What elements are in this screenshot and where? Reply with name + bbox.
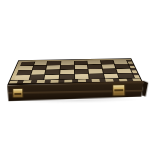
brass-clasp-right-icon — [112, 84, 125, 96]
board-square — [89, 74, 104, 79]
box-shadow — [19, 97, 143, 104]
photo-background — [0, 0, 150, 150]
board-square — [29, 75, 44, 80]
board-square — [14, 75, 30, 80]
board-square — [75, 74, 89, 79]
board-square — [104, 74, 119, 79]
chess-box — [6, 31, 143, 102]
board-square — [44, 75, 59, 80]
checkerboard-grid — [14, 60, 134, 80]
board-square — [60, 74, 74, 79]
box-lid-top — [7, 58, 143, 85]
board-square — [118, 73, 134, 78]
brass-clasp-left-icon — [12, 88, 23, 98]
